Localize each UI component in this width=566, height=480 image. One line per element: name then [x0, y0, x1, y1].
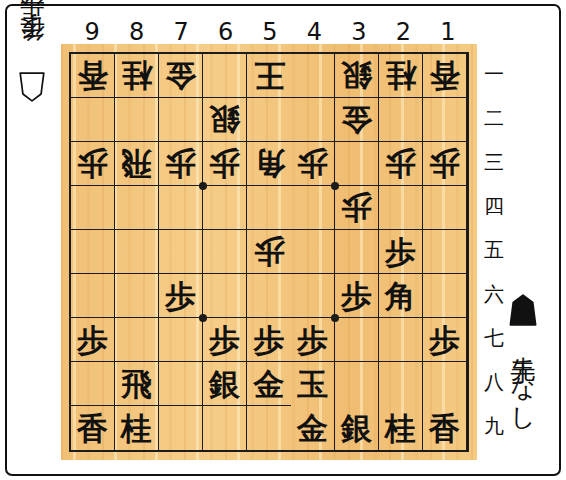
file-label-7: 7 — [159, 18, 203, 46]
file-label-6: 6 — [203, 18, 247, 46]
square-7-9 — [159, 406, 203, 450]
square-4-8: 玉 — [291, 362, 335, 406]
gote-piece: 桂 — [385, 54, 416, 98]
gote-piece: 歩 — [77, 142, 108, 186]
square-5-3: 角 — [247, 142, 291, 186]
gote-piece: 歩 — [341, 186, 372, 230]
file-labels: 987654321 — [70, 18, 470, 46]
square-6-8: 銀 — [203, 362, 247, 406]
sente-piece: 角 — [385, 274, 416, 318]
square-3-3 — [335, 142, 379, 186]
sente-piece: 歩 — [385, 230, 416, 274]
file-label-1: 1 — [426, 18, 470, 46]
rank-label-5: 五 — [481, 228, 507, 272]
square-4-4 — [291, 186, 335, 230]
sente-piece: 銀 — [209, 362, 240, 406]
square-7-3: 歩 — [159, 142, 203, 186]
file-label-5: 5 — [248, 18, 292, 46]
sente-piece: 歩 — [165, 274, 196, 318]
square-5-4 — [247, 186, 291, 230]
gote-piece: 金 — [165, 54, 196, 98]
square-1-7: 歩 — [423, 318, 467, 362]
square-7-7 — [159, 318, 203, 362]
square-6-5 — [203, 230, 247, 274]
sente-piece: 香 — [429, 406, 460, 450]
square-3-1: 銀 — [335, 54, 379, 98]
square-7-1: 金 — [159, 54, 203, 98]
square-3-2: 金 — [335, 98, 379, 142]
square-3-7 — [335, 318, 379, 362]
square-8-2 — [115, 98, 159, 142]
gote-piece: 王 — [254, 54, 285, 98]
square-2-6: 角 — [379, 274, 423, 318]
square-4-3: 歩 — [291, 142, 335, 186]
square-9-7: 歩 — [71, 318, 115, 362]
square-2-4 — [379, 186, 423, 230]
rank-label-6: 六 — [481, 272, 507, 316]
square-7-6: 歩 — [159, 274, 203, 318]
rank-label-8: 八 — [481, 360, 507, 404]
square-5-8: 金 — [247, 362, 291, 406]
white-shogi-piece-icon — [19, 72, 45, 102]
sente-piece: 銀 — [341, 406, 372, 450]
shogi-board: 香桂金王銀桂香銀金歩飛歩歩角歩歩歩歩歩歩歩歩角歩歩歩歩歩飛銀金玉香桂金銀桂香 — [61, 44, 477, 460]
sente-piece: 歩 — [297, 318, 328, 362]
gote-piece: 歩 — [429, 142, 460, 186]
square-2-2 — [379, 98, 423, 142]
star-point — [331, 182, 339, 190]
file-label-3: 3 — [337, 18, 381, 46]
sente-piece: 歩 — [341, 274, 372, 318]
gote-piece: 桂 — [121, 54, 152, 98]
square-8-5 — [115, 230, 159, 274]
sente-piece: 歩 — [209, 318, 240, 362]
square-5-2 — [247, 98, 291, 142]
file-label-8: 8 — [114, 18, 158, 46]
gote-piece: 歩 — [209, 142, 240, 186]
square-8-4 — [115, 186, 159, 230]
square-6-4 — [203, 186, 247, 230]
square-2-5: 歩 — [379, 230, 423, 274]
square-8-1: 桂 — [115, 54, 159, 98]
gote-piece: 銀 — [341, 54, 372, 98]
sente-piece: 玉 — [297, 362, 328, 406]
square-6-7: 歩 — [203, 318, 247, 362]
square-5-9 — [247, 406, 291, 450]
rank-label-7: 七 — [481, 316, 507, 360]
sente-piece: 金 — [297, 406, 328, 450]
star-point — [199, 314, 207, 322]
sente-piece: 歩 — [254, 318, 285, 362]
square-6-2: 銀 — [203, 98, 247, 142]
gote-piece: 角 — [254, 142, 285, 186]
square-8-9: 桂 — [115, 406, 159, 450]
rank-label-9: 九 — [481, 404, 507, 448]
square-3-8 — [335, 362, 379, 406]
square-9-6 — [71, 274, 115, 318]
square-1-3: 歩 — [423, 142, 467, 186]
square-1-2 — [423, 98, 467, 142]
sente-piece: 桂 — [121, 406, 152, 450]
sente-piece: 香 — [77, 406, 108, 450]
star-point — [331, 314, 339, 322]
square-2-7 — [379, 318, 423, 362]
gote-piece: 銀 — [209, 98, 240, 142]
square-3-6: 歩 — [335, 274, 379, 318]
square-7-4 — [159, 186, 203, 230]
gote-label: 後手 — [20, 56, 45, 62]
square-1-5 — [423, 230, 467, 274]
gote-piece: 歩 — [297, 142, 328, 186]
square-1-8 — [423, 362, 467, 406]
square-2-3: 歩 — [379, 142, 423, 186]
square-6-6 — [203, 274, 247, 318]
sente-hand-panel: 先手 なし — [509, 294, 537, 421]
square-1-6 — [423, 274, 467, 318]
square-8-8: 飛 — [115, 362, 159, 406]
diagram-frame: 987654321 香桂金王銀桂香銀金歩飛歩歩角歩歩歩歩歩歩歩歩角歩歩歩歩歩飛銀… — [5, 4, 561, 476]
black-shogi-piece-icon — [509, 294, 537, 326]
square-9-8 — [71, 362, 115, 406]
rank-labels: 一二三四五六七八九 — [481, 52, 507, 448]
star-point — [199, 182, 207, 190]
square-8-3: 飛 — [115, 142, 159, 186]
square-4-5 — [291, 230, 335, 274]
square-2-1: 桂 — [379, 54, 423, 98]
sente-piece: 歩 — [429, 318, 460, 362]
gote-piece: 歩 — [165, 142, 196, 186]
square-4-7: 歩 — [291, 318, 335, 362]
square-9-3: 歩 — [71, 142, 115, 186]
rank-label-4: 四 — [481, 184, 507, 228]
square-9-9: 香 — [71, 406, 115, 450]
square-6-3: 歩 — [203, 142, 247, 186]
square-4-2 — [291, 98, 335, 142]
file-label-4: 4 — [292, 18, 336, 46]
sente-hand-pieces: なし — [511, 358, 536, 421]
square-3-5 — [335, 230, 379, 274]
sente-piece: 桂 — [385, 406, 416, 450]
square-3-4: 歩 — [335, 186, 379, 230]
square-9-5 — [71, 230, 115, 274]
file-label-9: 9 — [70, 18, 114, 46]
gote-piece: 歩 — [254, 230, 285, 274]
board-grid: 香桂金王銀桂香銀金歩飛歩歩角歩歩歩歩歩歩歩歩角歩歩歩歩歩飛銀金玉香桂金銀桂香 — [69, 52, 469, 452]
rank-label-3: 三 — [481, 140, 507, 184]
gote-hand-pieces: 歩二 — [20, 34, 45, 40]
square-5-6 — [247, 274, 291, 318]
sente-piece: 金 — [254, 362, 285, 406]
square-5-5: 歩 — [247, 230, 291, 274]
square-7-8 — [159, 362, 203, 406]
gote-hand-panel: 後手 歩二 — [19, 34, 45, 102]
sente-label: 先手 — [511, 336, 536, 342]
square-3-9: 銀 — [335, 406, 379, 450]
square-1-9: 香 — [423, 406, 467, 450]
square-9-4 — [71, 186, 115, 230]
square-9-1: 香 — [71, 54, 115, 98]
square-7-5 — [159, 230, 203, 274]
square-4-6 — [291, 274, 335, 318]
square-1-1: 香 — [423, 54, 467, 98]
gote-piece: 香 — [77, 54, 108, 98]
file-label-2: 2 — [381, 18, 425, 46]
gote-piece: 飛 — [121, 142, 152, 186]
square-9-2 — [71, 98, 115, 142]
square-6-1 — [203, 54, 247, 98]
square-7-2 — [159, 98, 203, 142]
square-1-4 — [423, 186, 467, 230]
square-5-7: 歩 — [247, 318, 291, 362]
gote-piece: 歩 — [385, 142, 416, 186]
square-2-9: 桂 — [379, 406, 423, 450]
square-8-7 — [115, 318, 159, 362]
square-4-9: 金 — [291, 406, 335, 450]
sente-piece: 歩 — [77, 318, 108, 362]
rank-label-2: 二 — [481, 96, 507, 140]
gote-piece: 金 — [341, 98, 372, 142]
square-4-1 — [291, 54, 335, 98]
square-5-1: 王 — [247, 54, 291, 98]
square-6-9 — [203, 406, 247, 450]
square-2-8 — [379, 362, 423, 406]
sente-piece: 飛 — [121, 362, 152, 406]
square-8-6 — [115, 274, 159, 318]
rank-label-1: 一 — [481, 52, 507, 96]
gote-piece: 香 — [429, 54, 460, 98]
